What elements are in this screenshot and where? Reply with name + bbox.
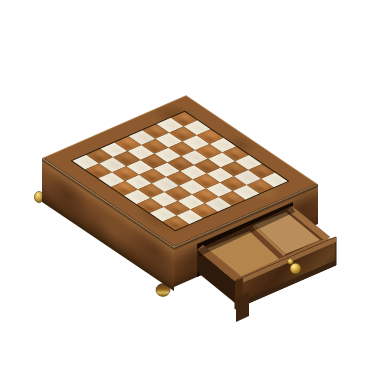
knob-ball: [290, 263, 301, 274]
drawer: [0, 0, 385, 385]
knob-stem: [288, 259, 294, 265]
product-photo-scene: [0, 0, 385, 385]
